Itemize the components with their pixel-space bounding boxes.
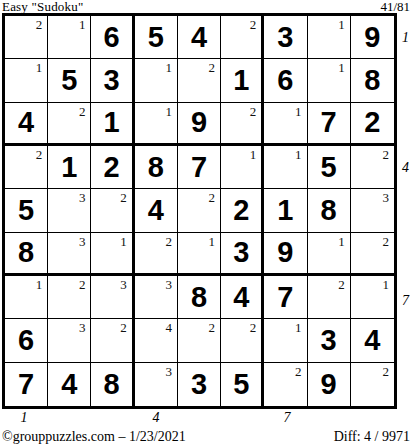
pencil-mark: 1: [79, 17, 86, 33]
given-digit: 3: [221, 233, 261, 273]
given-digit: 9: [264, 233, 306, 273]
pencil-mark: 2: [295, 364, 302, 380]
cell-r3c3[interactable]: 1: [91, 103, 134, 146]
header: Easy "Sudoku" 41/81: [0, 0, 412, 13]
pencil-mark: 2: [79, 104, 86, 120]
sudoku-page: Easy "Sudoku" 41/81 21654231915312161842…: [0, 0, 412, 445]
pencil-mark: 1: [250, 147, 257, 163]
cell-r4c2[interactable]: 1: [48, 146, 91, 189]
pencil-mark: 3: [382, 190, 389, 206]
given-digit: 3: [264, 16, 306, 58]
col-label-1: 1: [14, 410, 34, 426]
cell-r6c8[interactable]: 1: [308, 233, 351, 276]
pencil-mark: 1: [338, 60, 345, 76]
given-digit: 5: [308, 146, 350, 188]
pencil-mark: 1: [295, 104, 302, 120]
cell-r7c2[interactable]: 2: [48, 276, 91, 319]
pencil-mark: 1: [120, 234, 127, 250]
given-digit: 1: [221, 59, 261, 101]
cell-r9c4[interactable]: 3: [135, 363, 178, 406]
given-digit: 8: [5, 233, 47, 273]
cell-r5c4[interactable]: 4: [135, 189, 178, 232]
cell-r7c3[interactable]: 3: [91, 276, 134, 319]
pencil-mark: 3: [79, 234, 86, 250]
given-digit: 4: [5, 103, 47, 143]
cell-r3c1[interactable]: 4: [5, 103, 48, 146]
progress-counter: 41/81: [380, 0, 410, 13]
cell-r8c1[interactable]: 6: [5, 319, 48, 362]
cell-r6c2[interactable]: 3: [48, 233, 91, 276]
cell-r6c7[interactable]: 9: [264, 233, 307, 276]
pencil-mark: 1: [382, 277, 389, 293]
pencil-mark: 1: [165, 104, 172, 120]
pencil-mark: 2: [250, 320, 257, 336]
cell-r8c2[interactable]: 3: [48, 319, 91, 362]
cell-r3c7[interactable]: 1: [264, 103, 307, 146]
cell-r7c6[interactable]: 4: [221, 276, 264, 319]
cell-r5c3[interactable]: 2: [91, 189, 134, 232]
pencil-mark: 2: [382, 147, 389, 163]
given-digit: 3: [308, 319, 350, 361]
cell-r9c8[interactable]: 9: [308, 363, 351, 406]
cell-r9c7[interactable]: 2: [264, 363, 307, 406]
cell-r6c3[interactable]: 1: [91, 233, 134, 276]
pencil-mark: 2: [79, 277, 86, 293]
cell-r2c6[interactable]: 1: [221, 59, 264, 102]
pencil-mark: 1: [338, 17, 345, 33]
pencil-mark: 3: [79, 190, 86, 206]
cell-r5c7[interactable]: 1: [264, 189, 307, 232]
pencil-mark: 2: [250, 104, 257, 120]
cell-r4c8[interactable]: 5: [308, 146, 351, 189]
cell-r7c7[interactable]: 7: [264, 276, 307, 319]
cell-r6c6[interactable]: 3: [221, 233, 264, 276]
cell-r4c9[interactable]: 2: [351, 146, 394, 189]
footer: ©grouppuzzles.com – 1/23/2021 Diff: 4 / …: [0, 428, 412, 444]
pencil-mark: 3: [79, 320, 86, 336]
given-digit: 4: [221, 276, 261, 318]
cell-r5c9[interactable]: 3: [351, 189, 394, 232]
cell-r8c8[interactable]: 3: [308, 319, 351, 362]
cell-r7c9[interactable]: 1: [351, 276, 394, 319]
cell-r2c4[interactable]: 1: [135, 59, 178, 102]
pencil-mark: 2: [120, 190, 127, 206]
pencil-mark: 2: [382, 234, 389, 250]
row-label-1: 1: [399, 30, 412, 46]
cell-r6c5[interactable]: 1: [178, 233, 221, 276]
given-digit: 6: [91, 16, 131, 58]
cell-r6c9[interactable]: 2: [351, 233, 394, 276]
cell-r2c8[interactable]: 1: [308, 59, 351, 102]
cell-r6c4[interactable]: 2: [135, 233, 178, 276]
cell-r3c4[interactable]: 1: [135, 103, 178, 146]
cell-r4c1[interactable]: 2: [5, 146, 48, 189]
given-digit: 3: [91, 59, 131, 101]
cell-r3c6[interactable]: 2: [221, 103, 264, 146]
cell-r4c3[interactable]: 2: [91, 146, 134, 189]
given-digit: 8: [91, 363, 131, 406]
cell-r9c2[interactable]: 4: [48, 363, 91, 406]
pencil-mark: 2: [209, 190, 216, 206]
cell-r4c7[interactable]: 1: [264, 146, 307, 189]
given-digit: 8: [135, 146, 177, 188]
given-digit: 8: [351, 59, 394, 101]
cell-r1c3[interactable]: 6: [91, 16, 134, 59]
pencil-mark: 1: [36, 60, 43, 76]
pencil-mark: 4: [165, 320, 172, 336]
cell-r2c7[interactable]: 6: [264, 59, 307, 102]
given-digit: 4: [178, 16, 220, 58]
pencil-mark: 2: [165, 234, 172, 250]
cell-r3c9[interactable]: 2: [351, 103, 394, 146]
pencil-mark: 2: [382, 364, 389, 380]
cell-r3c5[interactable]: 9: [178, 103, 221, 146]
cell-r4c5[interactable]: 7: [178, 146, 221, 189]
cell-r1c1[interactable]: 2: [5, 16, 48, 59]
pencil-mark: 2: [120, 320, 127, 336]
cell-r4c4[interactable]: 8: [135, 146, 178, 189]
pencil-mark: 3: [120, 277, 127, 293]
cell-r9c1[interactable]: 7: [5, 363, 48, 406]
cell-r4c6[interactable]: 1: [221, 146, 264, 189]
given-digit: 2: [351, 103, 394, 143]
given-digit: 5: [48, 59, 90, 101]
given-digit: 8: [308, 189, 350, 231]
given-digit: 5: [135, 16, 177, 58]
given-digit: 6: [5, 319, 47, 361]
given-digit: 4: [135, 189, 177, 231]
sudoku-grid: 2165423191531216184211921722128711525324…: [2, 13, 397, 409]
cell-r2c9[interactable]: 8: [351, 59, 394, 102]
cell-r1c9[interactable]: 9: [351, 16, 394, 59]
row-label-4: 4: [399, 160, 412, 176]
pencil-mark: 2: [209, 320, 216, 336]
pencil-mark: 1: [295, 320, 302, 336]
given-digit: 1: [91, 103, 131, 143]
pencil-mark: 1: [338, 234, 345, 250]
cell-r5c8[interactable]: 8: [308, 189, 351, 232]
cell-r3c8[interactable]: 7: [308, 103, 351, 146]
cell-r9c3[interactable]: 8: [91, 363, 134, 406]
given-digit: 1: [48, 146, 90, 188]
cell-r2c5[interactable]: 2: [178, 59, 221, 102]
given-digit: 7: [264, 276, 306, 318]
given-digit: 4: [48, 363, 90, 406]
cell-r8c9[interactable]: 4: [351, 319, 394, 362]
pencil-mark: 1: [295, 147, 302, 163]
pencil-mark: 3: [165, 277, 172, 293]
given-digit: 3: [178, 363, 220, 406]
cell-r1c4[interactable]: 5: [135, 16, 178, 59]
given-digit: 2: [221, 189, 261, 231]
row-label-7: 7: [399, 293, 412, 309]
puzzle-title: Easy "Sudoku": [2, 0, 83, 13]
cell-r8c5[interactable]: 2: [178, 319, 221, 362]
cell-r7c4[interactable]: 3: [135, 276, 178, 319]
given-digit: 2: [91, 146, 131, 188]
cell-r5c2[interactable]: 3: [48, 189, 91, 232]
cell-r7c1[interactable]: 1: [5, 276, 48, 319]
cell-r5c1[interactable]: 5: [5, 189, 48, 232]
cell-r9c9[interactable]: 2: [351, 363, 394, 406]
pencil-mark: 2: [209, 60, 216, 76]
cell-r8c3[interactable]: 2: [91, 319, 134, 362]
pencil-mark: 1: [36, 277, 43, 293]
cell-r2c2[interactable]: 5: [48, 59, 91, 102]
pencil-mark: 1: [209, 234, 216, 250]
pencil-mark: 1: [165, 60, 172, 76]
copyright-text: ©grouppuzzles.com – 1/23/2021: [2, 429, 186, 444]
cell-r2c1[interactable]: 1: [5, 59, 48, 102]
pencil-mark: 2: [36, 147, 43, 163]
cell-r9c5[interactable]: 3: [178, 363, 221, 406]
cell-r5c5[interactable]: 2: [178, 189, 221, 232]
cell-r7c5[interactable]: 8: [178, 276, 221, 319]
cell-r2c3[interactable]: 3: [91, 59, 134, 102]
pencil-mark: 2: [338, 277, 345, 293]
given-digit: 8: [178, 276, 220, 318]
cell-r6c1[interactable]: 8: [5, 233, 48, 276]
cell-r1c5[interactable]: 4: [178, 16, 221, 59]
given-digit: 7: [5, 363, 47, 406]
pencil-mark: 2: [250, 17, 257, 33]
col-label-7: 7: [277, 410, 297, 426]
given-digit: 1: [264, 189, 306, 231]
cell-r7c8[interactable]: 2: [308, 276, 351, 319]
given-digit: 7: [308, 103, 350, 143]
cell-r1c2[interactable]: 1: [48, 16, 91, 59]
cell-r8c7[interactable]: 1: [264, 319, 307, 362]
cell-r1c8[interactable]: 1: [308, 16, 351, 59]
cell-r3c2[interactable]: 2: [48, 103, 91, 146]
col-label-4: 4: [146, 410, 166, 426]
cell-r5c6[interactable]: 2: [221, 189, 264, 232]
pencil-mark: 2: [36, 17, 43, 33]
cell-r8c6[interactable]: 2: [221, 319, 264, 362]
given-digit: 9: [351, 16, 394, 58]
given-digit: 9: [178, 103, 220, 143]
given-digit: 5: [221, 363, 261, 406]
given-digit: 7: [178, 146, 220, 188]
cell-r8c4[interactable]: 4: [135, 319, 178, 362]
pencil-mark: 3: [165, 364, 172, 380]
cell-r1c7[interactable]: 3: [264, 16, 307, 59]
given-digit: 4: [351, 319, 394, 361]
cell-r9c6[interactable]: 5: [221, 363, 264, 406]
given-digit: 6: [264, 59, 306, 101]
difficulty-text: Diff: 4 / 9971: [334, 429, 410, 444]
cell-r1c6[interactable]: 2: [221, 16, 264, 59]
given-digit: 9: [308, 363, 350, 406]
given-digit: 5: [5, 189, 47, 231]
